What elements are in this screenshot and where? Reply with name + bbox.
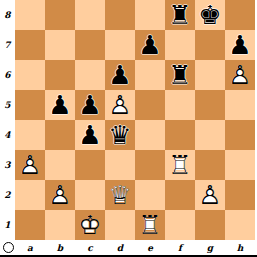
square-f7[interactable] xyxy=(165,30,195,60)
piece-black-pawn[interactable]: ♟ xyxy=(105,60,135,90)
square-c8[interactable] xyxy=(75,0,105,30)
square-b5[interactable]: ♟ xyxy=(45,90,75,120)
file-label-c: c xyxy=(75,240,105,255)
square-f8[interactable]: ♜ xyxy=(165,0,195,30)
square-h2[interactable] xyxy=(225,180,255,210)
square-d1[interactable] xyxy=(105,210,135,240)
file-labels: abcdefgh xyxy=(15,240,255,255)
white-rook-outline: ♖ xyxy=(165,150,195,180)
square-g1[interactable] xyxy=(195,210,225,240)
square-g2[interactable]: ♟♙ xyxy=(195,180,225,210)
square-h1[interactable] xyxy=(225,210,255,240)
square-h3[interactable] xyxy=(225,150,255,180)
square-g4[interactable] xyxy=(195,120,225,150)
square-a5[interactable] xyxy=(15,90,45,120)
piece-white-king[interactable]: ♚♔ xyxy=(75,210,105,240)
square-h6[interactable]: ♟♙ xyxy=(225,60,255,90)
piece-black-pawn[interactable]: ♟ xyxy=(135,30,165,60)
square-c5[interactable]: ♟ xyxy=(75,90,105,120)
file-label-a: a xyxy=(15,240,45,255)
square-e3[interactable] xyxy=(135,150,165,180)
black-rook-glyph: ♜ xyxy=(165,60,195,90)
black-pawn-glyph: ♟ xyxy=(75,90,105,120)
white-pawn-outline: ♙ xyxy=(45,180,75,210)
square-a2[interactable] xyxy=(15,180,45,210)
square-f4[interactable] xyxy=(165,120,195,150)
square-f3[interactable]: ♜♖ xyxy=(165,150,195,180)
square-g7[interactable] xyxy=(195,30,225,60)
black-queen-glyph: ♛ xyxy=(105,120,135,150)
file-label-f: f xyxy=(165,240,195,255)
black-pawn-glyph: ♟ xyxy=(135,30,165,60)
square-c3[interactable] xyxy=(75,150,105,180)
square-d5[interactable]: ♟♙ xyxy=(105,90,135,120)
rank-label-4: 4 xyxy=(0,120,15,150)
rank-label-2: 2 xyxy=(0,180,15,210)
piece-white-pawn[interactable]: ♟♙ xyxy=(195,180,225,210)
square-b2[interactable]: ♟♙ xyxy=(45,180,75,210)
square-a4[interactable] xyxy=(15,120,45,150)
square-e8[interactable] xyxy=(135,0,165,30)
piece-black-pawn[interactable]: ♟ xyxy=(225,30,255,60)
piece-white-rook[interactable]: ♜♖ xyxy=(165,150,195,180)
square-d4[interactable]: ♛ xyxy=(105,120,135,150)
black-pawn-glyph: ♟ xyxy=(45,90,75,120)
rank-labels: 87654321 xyxy=(0,0,15,240)
square-e7[interactable]: ♟ xyxy=(135,30,165,60)
square-g5[interactable] xyxy=(195,90,225,120)
square-d2[interactable]: ♛♕ xyxy=(105,180,135,210)
square-b7[interactable] xyxy=(45,30,75,60)
square-d6[interactable]: ♟ xyxy=(105,60,135,90)
square-c6[interactable] xyxy=(75,60,105,90)
square-c1[interactable]: ♚♔ xyxy=(75,210,105,240)
black-pawn-glyph: ♟ xyxy=(75,120,105,150)
piece-white-pawn[interactable]: ♟♙ xyxy=(15,150,45,180)
square-f6[interactable]: ♜ xyxy=(165,60,195,90)
piece-white-pawn[interactable]: ♟♙ xyxy=(105,90,135,120)
square-a1[interactable] xyxy=(15,210,45,240)
white-queen-outline: ♕ xyxy=(105,180,135,210)
file-label-h: h xyxy=(225,240,255,255)
rank-label-6: 6 xyxy=(0,60,15,90)
square-e1[interactable]: ♜♖ xyxy=(135,210,165,240)
piece-white-rook[interactable]: ♜♖ xyxy=(135,210,165,240)
piece-black-queen[interactable]: ♛ xyxy=(105,120,135,150)
square-f2[interactable] xyxy=(165,180,195,210)
file-label-g: g xyxy=(195,240,225,255)
white-to-move-indicator xyxy=(3,242,14,253)
square-e6[interactable] xyxy=(135,60,165,90)
square-b4[interactable] xyxy=(45,120,75,150)
black-pawn-glyph: ♟ xyxy=(225,30,255,60)
square-e4[interactable] xyxy=(135,120,165,150)
square-b8[interactable] xyxy=(45,0,75,30)
black-pawn-glyph: ♟ xyxy=(105,60,135,90)
square-b6[interactable] xyxy=(45,60,75,90)
square-h5[interactable] xyxy=(225,90,255,120)
white-king-outline: ♔ xyxy=(75,210,105,240)
square-c2[interactable] xyxy=(75,180,105,210)
piece-black-rook[interactable]: ♜ xyxy=(165,60,195,90)
white-pawn-outline: ♙ xyxy=(105,90,135,120)
piece-white-pawn[interactable]: ♟♙ xyxy=(45,180,75,210)
square-g8[interactable]: ♚ xyxy=(195,0,225,30)
square-d7[interactable] xyxy=(105,30,135,60)
square-h8[interactable] xyxy=(225,0,255,30)
file-label-d: d xyxy=(105,240,135,255)
piece-black-rook[interactable]: ♜ xyxy=(165,0,195,30)
white-rook-outline: ♖ xyxy=(135,210,165,240)
square-f1[interactable] xyxy=(165,210,195,240)
chess-board: ♜♚♟♟♟♜♟♙♟♟♟♙♟♛♟♙♜♖♟♙♛♕♟♙♚♔♜♖ xyxy=(15,0,255,240)
square-d3[interactable] xyxy=(105,150,135,180)
white-pawn-outline: ♙ xyxy=(15,150,45,180)
square-c4[interactable]: ♟ xyxy=(75,120,105,150)
rank-label-3: 3 xyxy=(0,150,15,180)
piece-black-pawn[interactable]: ♟ xyxy=(75,120,105,150)
square-c7[interactable] xyxy=(75,30,105,60)
piece-white-pawn[interactable]: ♟♙ xyxy=(225,60,255,90)
square-a6[interactable] xyxy=(15,60,45,90)
piece-black-pawn[interactable]: ♟ xyxy=(45,90,75,120)
square-e2[interactable] xyxy=(135,180,165,210)
square-g3[interactable] xyxy=(195,150,225,180)
white-pawn-outline: ♙ xyxy=(195,180,225,210)
file-label-b: b xyxy=(45,240,75,255)
square-a3[interactable]: ♟♙ xyxy=(15,150,45,180)
square-d8[interactable] xyxy=(105,0,135,30)
white-pawn-outline: ♙ xyxy=(225,60,255,90)
piece-black-pawn[interactable]: ♟ xyxy=(75,90,105,120)
rank-label-8: 8 xyxy=(0,0,15,30)
rank-label-7: 7 xyxy=(0,30,15,60)
square-h7[interactable]: ♟ xyxy=(225,30,255,60)
piece-white-queen[interactable]: ♛♕ xyxy=(105,180,135,210)
file-label-e: e xyxy=(135,240,165,255)
square-b3[interactable] xyxy=(45,150,75,180)
rank-label-1: 1 xyxy=(0,210,15,240)
rank-label-5: 5 xyxy=(0,90,15,120)
square-h4[interactable] xyxy=(225,120,255,150)
square-f5[interactable] xyxy=(165,90,195,120)
black-rook-glyph: ♜ xyxy=(165,0,195,30)
piece-black-king[interactable]: ♚ xyxy=(195,0,225,30)
square-a8[interactable] xyxy=(15,0,45,30)
square-g6[interactable] xyxy=(195,60,225,90)
square-b1[interactable] xyxy=(45,210,75,240)
square-e5[interactable] xyxy=(135,90,165,120)
chess-diagram: 87654321 ♜♚♟♟♟♜♟♙♟♟♟♙♟♛♟♙♜♖♟♙♛♕♟♙♚♔♜♖ ab… xyxy=(0,0,257,257)
square-a7[interactable] xyxy=(15,30,45,60)
black-king-glyph: ♚ xyxy=(195,0,225,30)
